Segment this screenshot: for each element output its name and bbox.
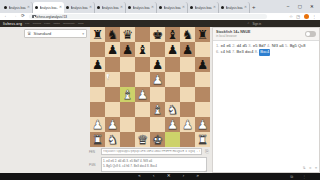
variant-select[interactable]: ♕ Standard ▾ [24,29,87,38]
tab-close-icon[interactable]: ✕ [59,6,62,10]
crown-icon: ♕ [27,31,31,36]
move-dxc4[interactable]: dxc4 [245,49,253,55]
url-text: lichess.org/analysis#13 [36,15,67,19]
analysis-panel: Stockfish 14+ NNUE in local browser 1.e4… [212,27,320,173]
menu-icon[interactable]: ≡ [315,167,317,171]
close-window-button[interactable]: ✕ [306,4,318,9]
square-a1[interactable]: ♜ [90,132,105,147]
tab-title: Analysis boa… [133,6,151,10]
white-piece-p-e5: ♟ [150,72,165,87]
nav-item-tools[interactable]: Tools [78,22,84,25]
square-h7[interactable] [195,42,210,57]
square-d6[interactable] [135,57,150,72]
black-piece-r-h8: ♜ [195,27,210,42]
square-d4[interactable]: ♟ [135,87,150,102]
square-c8[interactable]: ♛ [120,27,135,42]
square-a7[interactable] [90,42,105,57]
site-nav: PlayPuzzlesLearnWatchCommunityTools [22,22,84,25]
square-f7[interactable]: ♟ [165,42,180,57]
nav-item-play[interactable]: Play [25,22,30,25]
square-e3[interactable]: ♝ [150,102,165,117]
square-e4[interactable] [150,87,165,102]
square-f3[interactable]: ♞ [165,102,180,117]
white-piece-r-h1: ♜ [195,132,210,147]
white-piece-b-e3: ♝ [150,102,165,117]
white-piece-p-h2: ♟ [195,117,210,132]
square-a4[interactable] [90,87,105,102]
tab-close-icon[interactable]: ✕ [120,6,123,10]
tab-close-icon[interactable]: ✕ [213,6,216,10]
browser-window: Analysis boa…✕Analysis boa…✕Analysis boa… [0,0,320,180]
move-number: 6. [216,49,219,55]
bottom-bar: «‹✕›» ⧉⋮ [0,173,320,180]
move-number: 8. [255,49,258,55]
site-header-right: ⌕ Sign in [248,22,261,26]
square-f6[interactable] [165,57,180,72]
tab-close-icon[interactable]: ✕ [151,6,154,10]
engine-toggle-knob [306,32,310,36]
overlay-icon[interactable]: ⧉ [290,175,293,179]
board-settings-icon[interactable]: ⌗ [309,167,311,171]
pgn-label: PGN [89,163,96,167]
square-g1[interactable] [180,132,195,147]
nav-item-learn[interactable]: Learn [44,22,50,25]
black-piece-b-d7: ♝ [135,42,150,57]
square-f8[interactable]: ♝ [165,27,180,42]
white-piece-p-a2: ♟ [90,117,105,132]
profile-avatar[interactable] [304,14,309,19]
nav-item-community[interactable]: Community [63,22,75,25]
square-g7[interactable]: ♟ [180,42,195,57]
tab-strip: Analysis boa…✕Analysis boa…✕Analysis boa… [0,0,320,13]
square-e7[interactable] [150,42,165,57]
browser-menu-icon[interactable]: ⋮ [312,15,316,19]
site-logo[interactable]: lichess.org [3,22,22,26]
move-Be3[interactable]: Be3 [237,49,244,55]
minimize-button[interactable]: – [282,4,294,9]
square-h8[interactable]: ♜ [195,27,210,42]
white-piece-r-a1: ♜ [90,132,105,147]
square-h2[interactable]: ♟ [195,117,210,132]
move-c4[interactable]: c4 [221,49,225,55]
square-c3[interactable] [120,102,135,117]
fen-copy-icon[interactable]: ⎘ [205,148,209,155]
padlock-icon [32,15,35,17]
engine-toggle[interactable] [305,31,316,37]
white-piece-p-d4: ♟ [135,87,150,102]
white-piece-p-f2: ♟ [165,117,180,132]
engine-subtitle: in local browser [216,35,250,39]
square-a2[interactable]: ♟ [90,117,105,132]
move-Bg5[interactable]: Bg5 [290,43,297,49]
engine-header: Stockfish 14+ NNUE in local browser [213,28,319,41]
fen-input[interactable] [101,148,202,155]
playback-controls: «‹✕›» [138,173,199,180]
square-g2[interactable]: ♟ [180,117,195,132]
move-h6[interactable]: h6 [226,49,230,55]
url-field[interactable]: lichess.org/analysis#13 [29,14,267,19]
square-g6[interactable] [180,57,195,72]
square-e2[interactable] [150,117,165,132]
square-h6[interactable]: ♟ [195,57,210,72]
black-piece-p-e6: ♟ [150,57,165,72]
move-Nf3[interactable]: Nf3 [272,43,278,49]
more-options-icon[interactable]: ⋮ [302,175,306,179]
forward-icon[interactable]: → [13,14,18,19]
square-c6[interactable] [120,57,135,72]
square-h4[interactable] [195,87,210,102]
back-icon[interactable]: ← [4,14,9,19]
square-a6[interactable]: ♟ [90,57,105,72]
chevron-down-icon: ▾ [82,32,84,36]
new-tab-button[interactable]: + [252,2,256,12]
browser-tab-5[interactable]: Analysis boa…✕ [126,2,157,13]
chess-board: ♜♞♛♚♝♞♜♟♟♝♟♟♟♟♟♟♝♟♝♞♟♟♟♟♟♜♞♛♚♜ [90,27,210,147]
square-f1[interactable] [165,132,180,147]
move-Qc8[interactable]: Qc8 [298,43,305,49]
square-c5[interactable] [120,72,135,87]
browser-tab-8[interactable]: Analysis boa…✕ [219,2,250,13]
square-a8[interactable]: ♜ [90,27,105,42]
square-c2[interactable] [120,117,135,132]
square-c7[interactable]: ♟ [120,42,135,57]
browser-tab-7[interactable]: Analysis boa…✕ [188,2,219,13]
sign-in-link[interactable]: Sign in [252,22,261,26]
square-e8[interactable]: ♚ [150,27,165,42]
flip-board-icon[interactable]: ⇅ [303,167,306,171]
step-back-icon[interactable]: ‹ [153,174,155,179]
step-forward-icon[interactable]: › [183,174,185,179]
nav-item-watch[interactable]: Watch [53,22,60,25]
white-piece-q-d1: ♛ [135,132,150,147]
jump-last-icon[interactable]: » [196,174,199,179]
square-g4[interactable] [180,87,195,102]
tab-favicon [35,6,38,9]
square-f2[interactable]: ♟ [165,117,180,132]
square-d8[interactable] [135,27,150,42]
square-h1[interactable]: ♜ [195,132,210,147]
square-d7[interactable]: ♝ [135,42,150,57]
white-piece-k-e1: ♚ [150,132,165,147]
browser-tab-4[interactable]: Analysis boa…✕ [95,2,126,13]
tab-favicon [190,6,193,9]
tab-favicon [4,6,7,9]
white-piece-n-b1: ♞ [105,132,120,147]
tab-title: Analysis boa… [226,6,244,10]
tab-title: Analysis boa… [164,6,182,10]
black-piece-n-b8: ♞ [105,27,120,42]
square-h5[interactable] [195,72,210,87]
square-b3[interactable] [105,102,120,117]
tab-favicon [66,6,69,9]
tab-title: Analysis boa… [40,6,59,10]
black-piece-p-c7: ♟ [120,42,135,57]
browser-tab-2[interactable]: Analysis boa…✕ [33,2,64,13]
variant-value: Standard [33,31,51,36]
analysis-page: ♕ Standard ▾ ♜♞♛♚♝♞♜♟♟♝♟♟♟♟♟♟♝♟♝♞♟♟♟♟♟♜♞… [0,27,320,173]
square-b1[interactable]: ♞ [105,132,120,147]
browser-tab-6[interactable]: Analysis boa…✕ [157,2,188,13]
square-a3[interactable] [90,102,105,117]
tabs-container: Analysis boa…✕Analysis boa…✕Analysis boa… [2,2,250,13]
move-number: 5. [285,43,288,49]
square-f4[interactable] [165,87,180,102]
square-c1[interactable] [120,132,135,147]
tab-close-icon[interactable]: ✕ [27,6,30,10]
browser-tab-1[interactable]: Analysis boa…✕ [2,2,33,13]
square-b2[interactable]: ♟ [105,117,120,132]
nav-item-puzzles[interactable]: Puzzles [33,22,41,25]
bottom-bar-right-icons: ⧉⋮ [290,173,306,180]
black-piece-q-c8: ♛ [120,27,135,42]
tab-favicon [97,6,100,9]
square-g8[interactable]: ♞ [180,27,195,42]
extensions-icon[interactable]: ◳ [296,15,300,19]
square-d2[interactable] [135,117,150,132]
site-header: lichess.org PlayPuzzlesLearnWatchCommuni… [0,20,320,27]
maximize-button[interactable]: ▢ [294,4,306,9]
square-b8[interactable]: ♞ [105,27,120,42]
black-piece-n-g8: ♞ [180,27,195,42]
tab-favicon [128,6,131,9]
move-list: 1.e4e62.d4d53.e5Bd74.Nf3a65.Bg5Qc86.c4h6… [213,41,313,58]
square-f5[interactable] [165,72,180,87]
panel-actions: ⇅⌗≡ [303,167,317,171]
white-piece-p-b2: ♟ [105,117,120,132]
square-e1[interactable]: ♚ [150,132,165,147]
square-b7[interactable]: ♟ [105,42,120,57]
tab-favicon [159,6,162,9]
white-piece-n-f3: ♞ [165,102,180,117]
black-piece-p-b7: ♟ [105,42,120,57]
tab-title: Analysis boa… [195,6,213,10]
black-piece-p-a6: ♟ [90,57,105,72]
window-controls: – ▢ ✕ [282,0,318,12]
tab-close-icon[interactable]: ✕ [182,6,185,10]
black-piece-r-a8: ♜ [90,27,105,42]
square-d3[interactable] [135,102,150,117]
address-bar-actions: ☆ ◳ ⋮ [289,14,316,19]
search-icon[interactable]: ⌕ [248,22,250,25]
tab-title: Analysis boa… [102,6,120,10]
black-piece-k-e8: ♚ [150,27,165,42]
pgn-textarea[interactable]: 1. e4 e6 2. d4 d5 3. e5 Bd7 4. Nf3 a6 5.… [101,157,207,172]
browser-tab-3[interactable]: Analysis boa…✕ [64,2,95,13]
square-d5[interactable] [135,72,150,87]
square-g5[interactable] [180,72,195,87]
square-b6[interactable] [105,57,120,72]
square-b4[interactable] [105,87,120,102]
move-number: 7. [232,49,235,55]
black-piece-p-g7: ♟ [180,42,195,57]
tab-close-icon[interactable]: ✕ [244,6,247,10]
square-g3[interactable] [180,102,195,117]
white-piece-p-g2: ♟ [180,117,195,132]
square-d1[interactable]: ♛ [135,132,150,147]
move-Bxc4[interactable]: Bxc4 [259,49,270,55]
tab-title: Analysis boa… [71,6,89,10]
square-e6[interactable]: ♟ [150,57,165,72]
black-piece-p-f7: ♟ [165,42,180,57]
tab-close-icon[interactable]: ✕ [89,6,92,10]
square-a5[interactable] [90,72,105,87]
fen-label: FEN [89,150,95,154]
jump-first-icon[interactable]: « [138,174,141,179]
square-h3[interactable] [195,102,210,117]
white-piece-b-c4: ♝ [120,87,135,102]
square-c4[interactable]: ♝ [120,87,135,102]
reload-icon[interactable]: ⟳ [21,14,25,19]
black-piece-b-f8: ♝ [165,27,180,42]
square-e5[interactable]: ♟ [150,72,165,87]
tab-favicon [221,6,224,9]
black-piece-p-h6: ♟ [195,57,210,72]
address-bar: ← → ⟳ lichess.org/analysis#13 ☆ ◳ ⋮ [0,13,320,20]
tab-title: Analysis boa… [9,6,27,10]
bookmark-star-icon[interactable]: ☆ [289,15,293,19]
close-analysis-icon[interactable]: ✕ [167,174,171,179]
resize-handle-icon[interactable]: ◿ [204,169,206,173]
move-a6[interactable]: a6 [279,43,283,49]
